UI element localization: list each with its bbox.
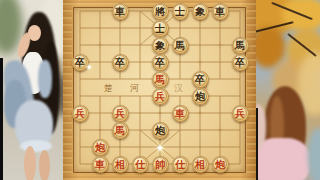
right-photo — [256, 0, 320, 180]
piece-black-cannon[interactable]: 炮 — [152, 122, 169, 139]
piece-red-chariot[interactable]: 車 — [92, 156, 109, 173]
piece-red-horse[interactable]: 馬 — [112, 122, 129, 139]
piece-red-horse[interactable]: 馬 — [152, 71, 169, 88]
leg-shape — [39, 150, 50, 180]
piece-label: 將 — [155, 7, 165, 17]
piece-label: 馬 — [155, 75, 165, 85]
piece-label: 炮 — [155, 126, 165, 136]
piece-label: 炮 — [95, 143, 105, 153]
edge-shadow — [0, 58, 3, 180]
piece-red-general[interactable]: 帥 — [152, 156, 169, 173]
piece-red-elephant[interactable]: 相 — [192, 156, 209, 173]
denim-jacket-shape — [38, 60, 52, 98]
pink-top-shape — [256, 138, 310, 180]
piece-black-elephant[interactable]: 象 — [152, 37, 169, 54]
piece-label: 士 — [175, 7, 185, 17]
piece-label: 車 — [115, 7, 125, 17]
piece-red-cannon[interactable]: 炮 — [212, 156, 229, 173]
piece-label: 象 — [155, 41, 165, 51]
piece-red-cannon[interactable]: 炮 — [92, 139, 109, 156]
piece-black-soldier[interactable]: 卒 — [152, 54, 169, 71]
piece-label: 馬 — [175, 41, 185, 51]
piece-black-advisor[interactable]: 士 — [172, 3, 189, 20]
pieces-grid: 車將士象車士象馬馬卒卒卒卒卒馬兵炮兵兵車兵馬炮炮車相仕帥仕相炮 — [70, 3, 250, 173]
piece-label: 馬 — [115, 126, 125, 136]
piece-label: 炮 — [195, 92, 205, 102]
piece-label: 卒 — [155, 58, 165, 68]
piece-label: 馬 — [235, 41, 245, 51]
piece-label: 象 — [195, 7, 205, 17]
piece-label: 卒 — [115, 58, 125, 68]
piece-label: 卒 — [195, 75, 205, 85]
video-thumbnail: 楚 河 汉 界 車將士象車士象馬馬卒卒卒卒卒馬兵炮兵兵車兵馬炮炮車相仕帥仕相炮 … — [0, 0, 320, 180]
piece-label: 車 — [175, 109, 185, 119]
piece-red-soldier[interactable]: 兵 — [152, 88, 169, 105]
piece-black-horse[interactable]: 馬 — [232, 37, 249, 54]
piece-black-chariot[interactable]: 車 — [112, 3, 129, 20]
piece-label: 仕 — [135, 160, 145, 170]
piece-label: 卒 — [75, 58, 85, 68]
piece-label: 兵 — [155, 92, 165, 102]
piece-label: 帥 — [155, 160, 165, 170]
piece-red-advisor[interactable]: 仕 — [132, 156, 149, 173]
piece-label: 兵 — [235, 109, 245, 119]
piece-label: 相 — [195, 160, 205, 170]
piece-black-soldier[interactable]: 卒 — [112, 54, 129, 71]
piece-black-horse[interactable]: 馬 — [172, 37, 189, 54]
piece-label: 兵 — [115, 109, 125, 119]
piece-red-soldier[interactable]: 兵 — [112, 105, 129, 122]
piece-label: 卒 — [235, 58, 245, 68]
piece-black-cannon[interactable]: 炮 — [192, 88, 209, 105]
piece-black-chariot[interactable]: 車 — [212, 3, 229, 20]
piece-red-elephant[interactable]: 相 — [112, 156, 129, 173]
piece-black-elephant[interactable]: 象 — [192, 3, 209, 20]
piece-red-advisor[interactable]: 仕 — [172, 156, 189, 173]
water-blur — [308, 128, 320, 180]
leg-shape — [24, 146, 36, 180]
piece-red-chariot[interactable]: 車 — [172, 105, 189, 122]
piece-red-soldier[interactable]: 兵 — [72, 105, 89, 122]
piece-label: 仕 — [175, 160, 185, 170]
piece-label: 兵 — [75, 109, 85, 119]
piece-black-soldier[interactable]: 卒 — [232, 54, 249, 71]
piece-black-soldier[interactable]: 卒 — [72, 54, 89, 71]
piece-label: 士 — [155, 24, 165, 34]
piece-label: 車 — [95, 160, 105, 170]
piece-label: 車 — [215, 7, 225, 17]
left-photo — [0, 0, 63, 180]
piece-red-soldier[interactable]: 兵 — [232, 105, 249, 122]
edge-shadow — [256, 108, 258, 180]
piece-label: 相 — [115, 160, 125, 170]
piece-black-advisor[interactable]: 士 — [152, 20, 169, 37]
xiangqi-board: 楚 河 汉 界 車將士象車士象馬馬卒卒卒卒卒馬兵炮兵兵車兵馬炮炮車相仕帥仕相炮 … — [63, 0, 256, 180]
piece-black-soldier[interactable]: 卒 — [192, 71, 209, 88]
piece-black-general[interactable]: 將 — [152, 3, 169, 20]
piece-label: 炮 — [215, 160, 225, 170]
